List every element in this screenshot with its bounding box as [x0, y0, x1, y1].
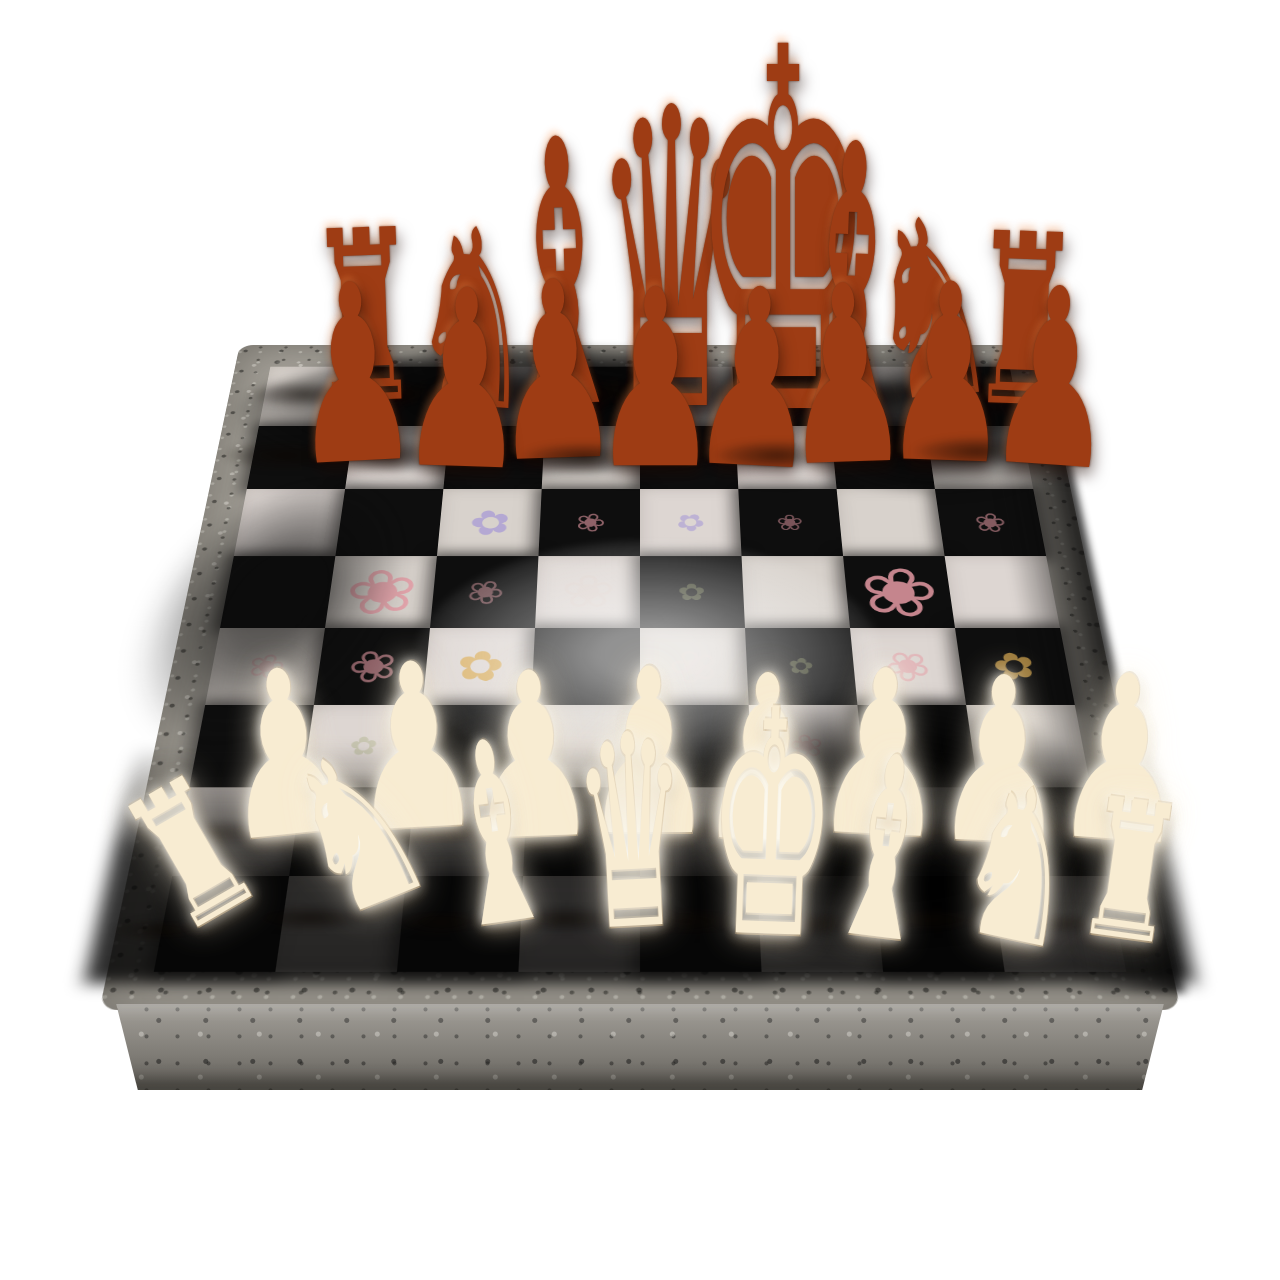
photo-stage: ✿✿❀❀❀❀❀❀❀✿❀❀✿❀❀✿✿❀❀✿ ♜♞♝♛♚♝♞♜♟♟♟♟♟♟♟♟♟♟♟…	[0, 0, 1280, 1280]
pieces-layer: ♜♞♝♛♚♝♞♜♟♟♟♟♟♟♟♟♟♟♟♟♟♟♟♟♜♞♝♛♚♝♞♜	[0, 0, 1280, 1280]
